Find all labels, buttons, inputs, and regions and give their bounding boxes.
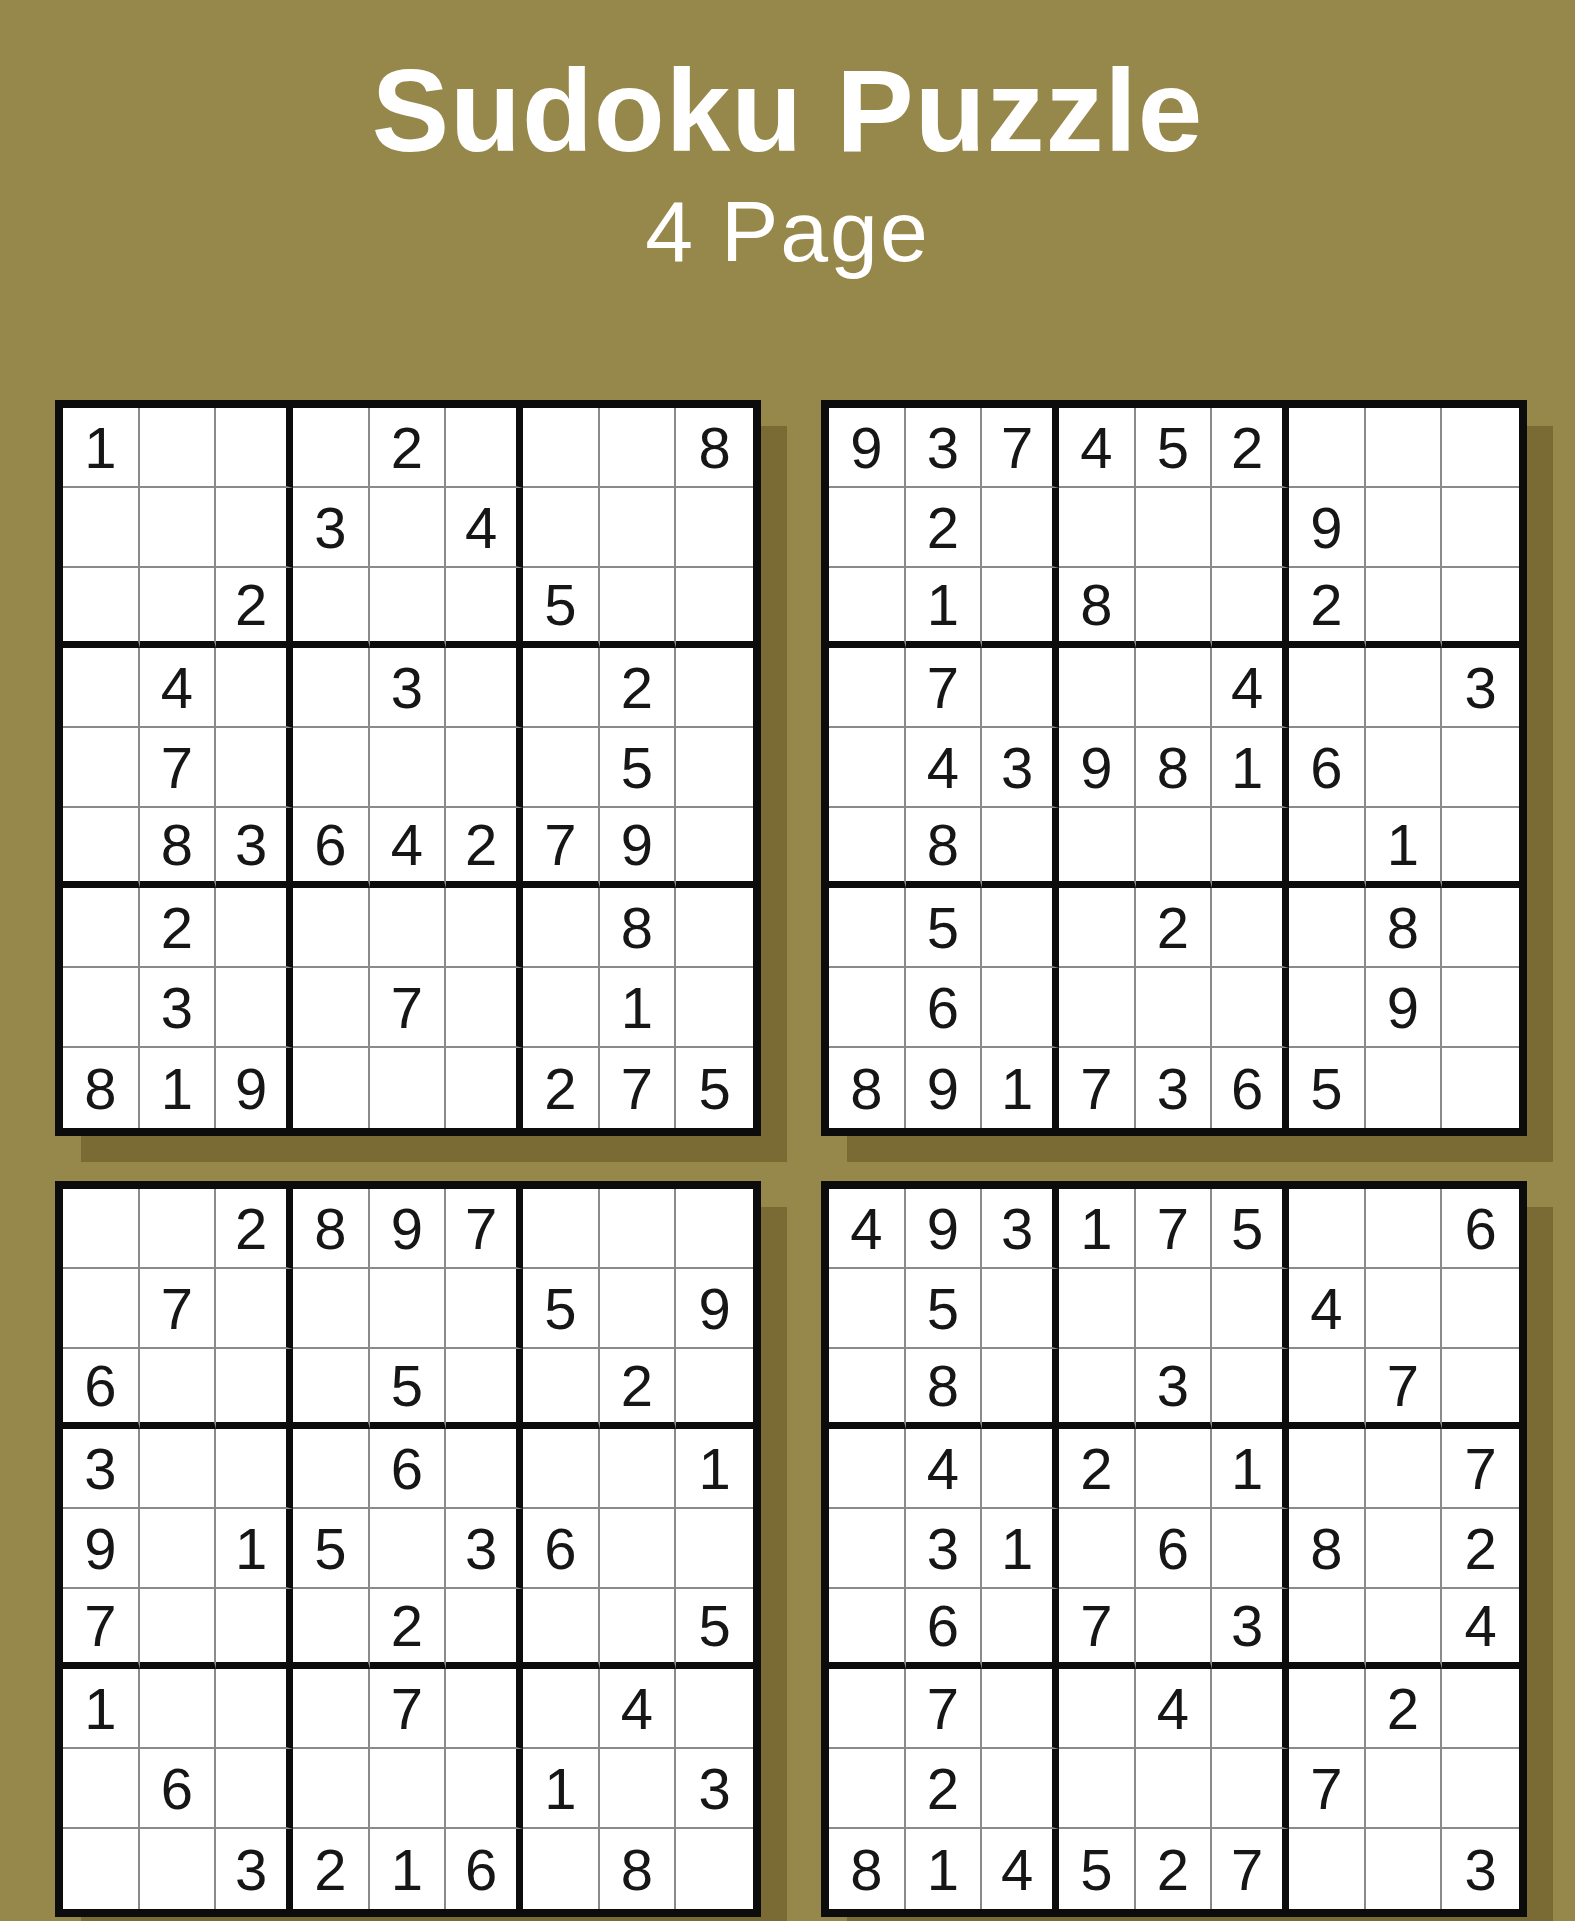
- cell-r6c9: 4: [1442, 1589, 1519, 1669]
- page-title: Sudoku Puzzle: [0, 48, 1575, 176]
- cell-r7c1: 1: [63, 1669, 140, 1749]
- cell-r5c3: 3: [982, 728, 1059, 808]
- cell-r9c8: 7: [600, 1048, 677, 1128]
- cell-r6c9: [676, 808, 753, 888]
- cell-r8c8: [600, 1749, 677, 1829]
- cell-r4c2: 7: [906, 648, 983, 728]
- cell-r5c9: [676, 1509, 753, 1589]
- cell-r6c1: [829, 1589, 906, 1669]
- cell-r1c3: 7: [982, 408, 1059, 488]
- cell-r8c8: 1: [600, 968, 677, 1048]
- cell-r9c1: 8: [63, 1048, 140, 1128]
- cell-r7c8: 8: [600, 888, 677, 968]
- cell-r2c4: [293, 1269, 370, 1349]
- cell-r8c9: [676, 968, 753, 1048]
- cell-r2c1: [63, 488, 140, 568]
- cell-r4c7: [523, 648, 600, 728]
- cell-r7c3: [982, 888, 1059, 968]
- cell-r5c1: 9: [63, 1509, 140, 1589]
- cell-r8c4: [293, 968, 370, 1048]
- cell-r3c6: [1212, 568, 1289, 648]
- cell-r5c7: 8: [1289, 1509, 1366, 1589]
- sudoku-board-bottom-left: 28977596523619153672517461332168: [55, 1181, 761, 1917]
- cell-r9c4: 7: [1059, 1048, 1136, 1128]
- cell-r1c8: [600, 1189, 677, 1269]
- cell-r2c7: 9: [1289, 488, 1366, 568]
- cell-r6c3: [216, 1589, 293, 1669]
- cell-r7c5: 7: [370, 1669, 447, 1749]
- cell-r1c3: 3: [982, 1189, 1059, 1269]
- cell-r9c9: [676, 1829, 753, 1909]
- cell-r8c9: [1442, 1749, 1519, 1829]
- cell-r1c4: 8: [293, 1189, 370, 1269]
- cell-r5c6: 3: [446, 1509, 523, 1589]
- cell-r8c2: 3: [140, 968, 217, 1048]
- cell-r6c6: [1212, 808, 1289, 888]
- cell-r6c5: [1136, 1589, 1213, 1669]
- cell-r8c1: [829, 968, 906, 1048]
- cell-r1c5: 9: [370, 1189, 447, 1269]
- cell-r6c3: [982, 1589, 1059, 1669]
- cell-r1c8: [600, 408, 677, 488]
- cell-r2c7: [523, 488, 600, 568]
- cell-r5c1: [63, 728, 140, 808]
- cell-r1c6: 5: [1212, 1189, 1289, 1269]
- cell-r8c6: [1212, 968, 1289, 1048]
- cell-r6c3: 3: [216, 808, 293, 888]
- cell-r9c3: 1: [982, 1048, 1059, 1128]
- cell-r7c2: 5: [906, 888, 983, 968]
- cell-r2c8: [1366, 1269, 1443, 1349]
- cell-r3c4: [293, 568, 370, 648]
- cell-r8c6: [446, 1749, 523, 1829]
- cell-r9c7: [1289, 1829, 1366, 1909]
- cell-r1c1: 1: [63, 408, 140, 488]
- cell-r1c4: [293, 408, 370, 488]
- cell-r9c7: 2: [523, 1048, 600, 1128]
- cell-r5c9: [1442, 728, 1519, 808]
- cell-r6c1: [63, 808, 140, 888]
- cell-r6c6: 3: [1212, 1589, 1289, 1669]
- cell-r8c7: [1289, 968, 1366, 1048]
- cell-r2c8: [1366, 488, 1443, 568]
- cell-r7c8: 4: [600, 1669, 677, 1749]
- cell-r7c9: [676, 1669, 753, 1749]
- page-subtitle: 4 Page: [0, 188, 1575, 274]
- sudoku-board-top-left: 128342543275836427928371819275: [55, 400, 761, 1136]
- cell-r6c2: [140, 1589, 217, 1669]
- cell-r5c7: 6: [1289, 728, 1366, 808]
- cell-r9c4: 2: [293, 1829, 370, 1909]
- cell-r8c1: [829, 1749, 906, 1829]
- cell-r5c6: 1: [1212, 728, 1289, 808]
- cell-r1c1: 4: [829, 1189, 906, 1269]
- cell-r8c2: 2: [906, 1749, 983, 1829]
- cell-r5c4: 5: [293, 1509, 370, 1589]
- cell-r4c3: [216, 1429, 293, 1509]
- cell-r1c9: 6: [1442, 1189, 1519, 1269]
- cell-r2c9: 9: [676, 1269, 753, 1349]
- cell-r8c7: 7: [1289, 1749, 1366, 1829]
- cell-r9c1: 8: [829, 1829, 906, 1909]
- cell-r9c3: 3: [216, 1829, 293, 1909]
- cell-r3c4: 8: [1059, 568, 1136, 648]
- cell-r3c8: 7: [1366, 1349, 1443, 1429]
- cell-r1c5: 7: [1136, 1189, 1213, 1269]
- cell-r3c7: [523, 1349, 600, 1429]
- cell-r2c2: [140, 488, 217, 568]
- cell-r7c7: [1289, 888, 1366, 968]
- cell-r6c6: [446, 1589, 523, 1669]
- cell-r8c1: [63, 968, 140, 1048]
- cell-r5c1: [829, 728, 906, 808]
- cell-r8c4: [1059, 1749, 1136, 1829]
- cell-r8c7: [523, 968, 600, 1048]
- cell-r4c4: 2: [1059, 1429, 1136, 1509]
- cell-r9c8: [1366, 1829, 1443, 1909]
- cell-r3c5: [370, 568, 447, 648]
- cell-r2c4: [1059, 488, 1136, 568]
- cell-r9c6: 7: [1212, 1829, 1289, 1909]
- cell-r6c5: [1136, 808, 1213, 888]
- cell-r8c6: [446, 968, 523, 1048]
- cell-r9c9: [1442, 1048, 1519, 1128]
- cell-r3c4: [293, 1349, 370, 1429]
- cell-r5c9: [676, 728, 753, 808]
- cell-r3c5: 5: [370, 1349, 447, 1429]
- cell-r5c2: 7: [140, 728, 217, 808]
- cell-r8c8: [1366, 1749, 1443, 1829]
- cell-r6c4: [1059, 808, 1136, 888]
- cell-r9c4: [293, 1048, 370, 1128]
- cell-r7c4: [293, 888, 370, 968]
- cell-r9c6: 6: [1212, 1048, 1289, 1128]
- cell-r4c2: 4: [906, 1429, 983, 1509]
- cell-r3c9: [1442, 1349, 1519, 1429]
- cell-r4c8: 2: [600, 648, 677, 728]
- cell-r1c5: 5: [1136, 408, 1213, 488]
- cell-r8c4: [293, 1749, 370, 1829]
- cell-r3c2: [140, 1349, 217, 1429]
- cell-r1c1: 9: [829, 408, 906, 488]
- cell-r3c3: 2: [216, 568, 293, 648]
- cell-r4c4: [1059, 648, 1136, 728]
- cell-r6c8: 1: [1366, 808, 1443, 888]
- cell-r7c2: [140, 1669, 217, 1749]
- cell-r2c7: 4: [1289, 1269, 1366, 1349]
- cell-r3c1: [829, 1349, 906, 1429]
- cell-r1c9: [1442, 408, 1519, 488]
- cell-r4c9: 1: [676, 1429, 753, 1509]
- cell-r6c8: 9: [600, 808, 677, 888]
- cell-r1c6: [446, 408, 523, 488]
- cell-r7c4: [1059, 1669, 1136, 1749]
- cell-r2c2: 7: [140, 1269, 217, 1349]
- cell-r3c3: [216, 1349, 293, 1429]
- cell-r4c1: [829, 1429, 906, 1509]
- cell-r4c9: [676, 648, 753, 728]
- cell-r7c3: [982, 1669, 1059, 1749]
- cell-r7c5: [370, 888, 447, 968]
- cell-r6c3: [982, 808, 1059, 888]
- cell-r9c6: [446, 1048, 523, 1128]
- cell-r1c1: [63, 1189, 140, 1269]
- cell-r3c3: [982, 568, 1059, 648]
- cell-r1c7: [523, 408, 600, 488]
- cell-r9c5: 3: [1136, 1048, 1213, 1128]
- cell-r4c4: [293, 648, 370, 728]
- cell-r5c7: [523, 728, 600, 808]
- cell-r9c2: 9: [906, 1048, 983, 1128]
- cell-r5c8: 5: [600, 728, 677, 808]
- cell-r2c6: [446, 1269, 523, 1349]
- cell-r2c3: [982, 1269, 1059, 1349]
- cell-r2c1: [829, 488, 906, 568]
- cell-r7c2: 2: [140, 888, 217, 968]
- cell-r8c1: [63, 1749, 140, 1829]
- cell-r1c4: 1: [1059, 1189, 1136, 1269]
- cell-r8c9: 3: [676, 1749, 753, 1829]
- cell-r7c7: [523, 1669, 600, 1749]
- cell-r2c7: 5: [523, 1269, 600, 1349]
- cell-r5c1: [829, 1509, 906, 1589]
- cell-r3c8: [600, 568, 677, 648]
- sudoku-board-bottom-right: 4931756548374217316826734742278145273: [821, 1181, 1527, 1917]
- cell-r2c9: [1442, 488, 1519, 568]
- cell-r4c3: [982, 648, 1059, 728]
- cell-r9c7: [523, 1829, 600, 1909]
- cell-r4c7: [523, 1429, 600, 1509]
- cell-r6c8: [600, 1589, 677, 1669]
- cell-r9c8: 8: [600, 1829, 677, 1909]
- cell-r8c5: 7: [370, 968, 447, 1048]
- cell-r9c6: 6: [446, 1829, 523, 1909]
- cell-r2c1: [63, 1269, 140, 1349]
- cell-r7c3: [216, 888, 293, 968]
- cell-r5c3: [216, 728, 293, 808]
- cell-r6c1: 7: [63, 1589, 140, 1669]
- cell-r1c2: [140, 408, 217, 488]
- cell-r6c8: [1366, 1589, 1443, 1669]
- cell-r8c3: [982, 968, 1059, 1048]
- cell-r3c7: [1289, 1349, 1366, 1429]
- cell-r8c3: [982, 1749, 1059, 1829]
- cell-r6c4: 6: [293, 808, 370, 888]
- cell-r6c4: [293, 1589, 370, 1669]
- cell-r6c9: [1442, 808, 1519, 888]
- cell-r2c4: 3: [293, 488, 370, 568]
- page-header: Sudoku Puzzle 4 Page: [0, 48, 1575, 274]
- cell-r1c3: 2: [216, 1189, 293, 1269]
- cell-r7c9: [1442, 888, 1519, 968]
- cell-r8c5: [1136, 968, 1213, 1048]
- cell-r5c6: [446, 728, 523, 808]
- cell-r5c6: [1212, 1509, 1289, 1589]
- cell-r1c2: 9: [906, 1189, 983, 1269]
- cell-r1c7: [1289, 1189, 1366, 1269]
- cell-r5c5: [370, 728, 447, 808]
- cell-r6c1: [829, 808, 906, 888]
- cell-r4c7: [1289, 1429, 1366, 1509]
- cell-r4c6: [446, 1429, 523, 1509]
- cell-r4c6: [446, 648, 523, 728]
- cell-r3c9: [676, 1349, 753, 1429]
- cell-r7c9: [676, 888, 753, 968]
- cell-r3c8: 2: [600, 1349, 677, 1429]
- cell-r4c7: [1289, 648, 1366, 728]
- cell-r9c8: [1366, 1048, 1443, 1128]
- cell-r4c2: 4: [140, 648, 217, 728]
- cell-r1c9: [676, 1189, 753, 1269]
- cell-r7c5: 4: [1136, 1669, 1213, 1749]
- cell-r9c5: [370, 1048, 447, 1128]
- cell-r4c5: 3: [370, 648, 447, 728]
- cell-r6c5: 4: [370, 808, 447, 888]
- cell-r8c3: [216, 1749, 293, 1829]
- cell-r2c5: [370, 488, 447, 568]
- cell-r2c3: [982, 488, 1059, 568]
- cell-r3c7: 5: [523, 568, 600, 648]
- cell-r3c2: 8: [906, 1349, 983, 1429]
- cell-r2c1: [829, 1269, 906, 1349]
- cell-r9c9: 3: [1442, 1829, 1519, 1909]
- cell-r9c1: 8: [829, 1048, 906, 1128]
- cell-r2c3: [216, 488, 293, 568]
- cell-r5c4: [293, 728, 370, 808]
- cell-r7c5: 2: [1136, 888, 1213, 968]
- cell-r3c9: [676, 568, 753, 648]
- cell-r1c6: 2: [1212, 408, 1289, 488]
- cell-r7c3: [216, 1669, 293, 1749]
- cell-r8c4: [1059, 968, 1136, 1048]
- cell-r1c4: 4: [1059, 408, 1136, 488]
- cell-r2c6: 4: [446, 488, 523, 568]
- cell-r9c4: 5: [1059, 1829, 1136, 1909]
- cell-r3c9: [1442, 568, 1519, 648]
- cell-r7c6: [446, 888, 523, 968]
- cell-r4c4: [293, 1429, 370, 1509]
- cell-r1c7: [523, 1189, 600, 1269]
- cell-r7c6: [1212, 1669, 1289, 1749]
- cell-r7c1: [829, 1669, 906, 1749]
- cell-r4c8: [1366, 648, 1443, 728]
- cell-r1c8: [1366, 408, 1443, 488]
- cell-r2c9: [1442, 1269, 1519, 1349]
- cell-r5c2: [140, 1509, 217, 1589]
- cell-r8c9: [1442, 968, 1519, 1048]
- cell-r2c8: [600, 488, 677, 568]
- cell-r3c2: 1: [906, 568, 983, 648]
- cell-r8c6: [1212, 1749, 1289, 1829]
- cell-r2c2: 2: [906, 488, 983, 568]
- cell-r5c3: 1: [982, 1509, 1059, 1589]
- cell-r9c1: [63, 1829, 140, 1909]
- cell-r4c6: 4: [1212, 648, 1289, 728]
- cell-r3c3: [982, 1349, 1059, 1429]
- cell-r1c7: [1289, 408, 1366, 488]
- cell-r8c7: 1: [523, 1749, 600, 1829]
- cell-r6c7: [1289, 808, 1366, 888]
- cell-r9c3: 9: [216, 1048, 293, 1128]
- cell-r4c3: [982, 1429, 1059, 1509]
- cell-r2c6: [1212, 1269, 1289, 1349]
- cell-r2c4: [1059, 1269, 1136, 1349]
- cell-r5c8: [1366, 1509, 1443, 1589]
- cell-r2c2: 5: [906, 1269, 983, 1349]
- cell-r2c5: [1136, 488, 1213, 568]
- cell-r4c5: [1136, 648, 1213, 728]
- cell-r1c5: 2: [370, 408, 447, 488]
- cell-r8c8: 9: [1366, 968, 1443, 1048]
- cell-r3c1: [63, 568, 140, 648]
- cell-r8c5: [1136, 1749, 1213, 1829]
- cell-r4c2: [140, 1429, 217, 1509]
- cell-r3c7: 2: [1289, 568, 1366, 648]
- cell-r4c1: [829, 648, 906, 728]
- cell-r5c9: 2: [1442, 1509, 1519, 1589]
- cell-r6c9: 5: [676, 1589, 753, 1669]
- cell-r6c7: [1289, 1589, 1366, 1669]
- cell-r7c7: [523, 888, 600, 968]
- cell-r9c3: 4: [982, 1829, 1059, 1909]
- cell-r6c4: 7: [1059, 1589, 1136, 1669]
- cell-r5c8: [1366, 728, 1443, 808]
- cell-r8c3: [216, 968, 293, 1048]
- cell-r3c1: 6: [63, 1349, 140, 1429]
- cell-r3c6: [1212, 1349, 1289, 1429]
- cell-r3c6: [446, 568, 523, 648]
- cell-r7c4: [1059, 888, 1136, 968]
- sudoku-board-top-right: 9374522918274343981681528698917365: [821, 400, 1527, 1136]
- cell-r8c5: [370, 1749, 447, 1829]
- cell-r2c5: [1136, 1269, 1213, 1349]
- cell-r5c5: [370, 1509, 447, 1589]
- cell-r1c6: 7: [446, 1189, 523, 1269]
- cell-r3c5: 3: [1136, 1349, 1213, 1429]
- cell-r1c8: [1366, 1189, 1443, 1269]
- cell-r4c9: 3: [1442, 648, 1519, 728]
- cell-r9c2: [140, 1829, 217, 1909]
- cell-r9c5: 2: [1136, 1829, 1213, 1909]
- cell-r4c6: 1: [1212, 1429, 1289, 1509]
- cell-r4c3: [216, 648, 293, 728]
- cell-r5c7: 6: [523, 1509, 600, 1589]
- cell-r7c8: 2: [1366, 1669, 1443, 1749]
- cell-r6c7: [523, 1589, 600, 1669]
- cell-r3c2: [140, 568, 217, 648]
- cell-r9c5: 1: [370, 1829, 447, 1909]
- cell-r3c8: [1366, 568, 1443, 648]
- cell-r4c1: 3: [63, 1429, 140, 1509]
- cell-r4c1: [63, 648, 140, 728]
- cell-r9c7: 5: [1289, 1048, 1366, 1128]
- cell-r6c2: 8: [140, 808, 217, 888]
- cell-r5c5: 8: [1136, 728, 1213, 808]
- cell-r6c5: 2: [370, 1589, 447, 1669]
- cell-r7c6: [1212, 888, 1289, 968]
- cell-r3c4: [1059, 1349, 1136, 1429]
- cell-r4c5: [1136, 1429, 1213, 1509]
- cell-r4c9: 7: [1442, 1429, 1519, 1509]
- cell-r4c5: 6: [370, 1429, 447, 1509]
- cell-r9c2: 1: [140, 1048, 217, 1128]
- cell-r5c4: [1059, 1509, 1136, 1589]
- cell-r2c5: [370, 1269, 447, 1349]
- cell-r1c9: 8: [676, 408, 753, 488]
- cell-r7c8: 8: [1366, 888, 1443, 968]
- cell-r7c6: [446, 1669, 523, 1749]
- cell-r7c1: [63, 888, 140, 968]
